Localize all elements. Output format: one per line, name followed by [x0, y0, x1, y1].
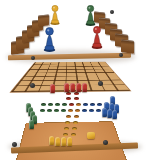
track-hole	[47, 109, 52, 112]
track-hole	[75, 109, 80, 112]
peg-blue	[112, 110, 117, 119]
track-hole	[82, 109, 87, 112]
board-foot	[103, 140, 108, 145]
peg-red	[70, 83, 75, 92]
track-hole	[97, 103, 102, 106]
track-hole	[41, 103, 46, 106]
track-hole	[96, 109, 101, 112]
track-hole	[74, 97, 79, 100]
corner-knob	[31, 56, 35, 60]
peg-red	[82, 83, 87, 92]
peg-yellow	[67, 137, 72, 146]
track-hole	[66, 97, 71, 100]
peg-yellow	[55, 137, 60, 146]
track-hole	[72, 127, 77, 130]
pawn-green	[85, 5, 96, 26]
peg-yellow	[49, 136, 54, 145]
fence-piece	[121, 39, 134, 54]
track-hole	[48, 103, 53, 106]
track-hole	[73, 121, 78, 124]
track-hole	[66, 115, 71, 118]
peg-green	[29, 120, 34, 129]
track-hole	[89, 109, 94, 112]
peg-red	[64, 83, 69, 92]
board-foot	[12, 142, 17, 147]
corner-knob	[110, 10, 114, 14]
track-hole	[65, 121, 70, 124]
track-hole	[68, 109, 73, 112]
track-hole	[71, 133, 76, 136]
corner-knob	[119, 53, 123, 57]
track-hole	[83, 103, 88, 106]
track-hole	[63, 133, 68, 136]
pawn-blue	[43, 27, 56, 52]
peg-yellow	[61, 137, 66, 146]
track-hole	[64, 127, 69, 130]
fence-piece	[38, 14, 49, 26]
board-foot	[98, 81, 103, 86]
track-hole	[69, 103, 74, 106]
track-hole	[90, 103, 95, 106]
track-hole	[55, 103, 60, 106]
pawn-yellow	[50, 5, 60, 25]
yellow-die	[87, 132, 95, 139]
board-foot	[30, 83, 35, 88]
track-hole	[62, 103, 67, 106]
track-hole	[74, 92, 79, 95]
track-hole	[74, 115, 79, 118]
track-hole	[76, 103, 81, 106]
track-hole	[66, 92, 71, 95]
peg-red	[50, 84, 55, 93]
track-hole	[40, 109, 45, 112]
track-hole	[54, 109, 59, 112]
pawn-red	[91, 26, 103, 49]
track-hole	[61, 109, 66, 112]
peg-red	[76, 83, 81, 92]
photo-scene	[0, 0, 160, 160]
